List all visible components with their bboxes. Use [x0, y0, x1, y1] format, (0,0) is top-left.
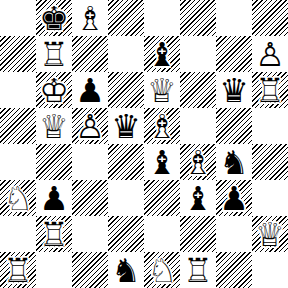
bishop-icon: ♝ [180, 180, 216, 216]
square-h2[interactable]: ♛♕ [252, 216, 288, 252]
square-b6[interactable]: ♚♔ [36, 72, 72, 108]
piece-black-pawn: ♟ [216, 180, 252, 216]
square-b2[interactable]: ♜♖ [36, 216, 72, 252]
chess-diagram: ♚♝♗♜♖♝♟♙♚♔♟♛♕♛♜♖♛♕♟♙♛♝♗♝♝♗♞♞♘♟♝♟♜♖♛♕♜♖♞♞… [0, 0, 288, 288]
piece-black-queen: ♛ [216, 72, 252, 108]
square-e8[interactable] [144, 0, 180, 36]
square-a4[interactable] [0, 144, 36, 180]
knight-icon: ♞ [216, 144, 252, 180]
pawn-icon: ♟ [216, 180, 252, 216]
square-c6[interactable]: ♟ [72, 72, 108, 108]
piece-white-bishop: ♝♗ [144, 108, 180, 144]
square-c4[interactable] [72, 144, 108, 180]
king-outline-icon: ♔ [36, 72, 72, 108]
rook-outline-icon: ♖ [180, 252, 216, 288]
square-a5[interactable] [0, 108, 36, 144]
square-g8[interactable] [216, 0, 252, 36]
square-c1[interactable] [72, 252, 108, 288]
pawn-icon: ♟ [72, 72, 108, 108]
piece-white-pawn: ♟♙ [252, 36, 288, 72]
rook-outline-icon: ♖ [252, 72, 288, 108]
square-d5[interactable]: ♛ [108, 108, 144, 144]
square-e2[interactable] [144, 216, 180, 252]
bishop-outline-icon: ♗ [144, 108, 180, 144]
square-h1[interactable] [252, 252, 288, 288]
square-e4[interactable]: ♝ [144, 144, 180, 180]
piece-white-king: ♚♔ [36, 72, 72, 108]
king-icon: ♚ [36, 0, 72, 36]
square-h7[interactable]: ♟♙ [252, 36, 288, 72]
square-c2[interactable] [72, 216, 108, 252]
square-f8[interactable] [180, 0, 216, 36]
square-d8[interactable] [108, 0, 144, 36]
square-b1[interactable] [36, 252, 72, 288]
knight-icon: ♞ [108, 252, 144, 288]
square-g1[interactable] [216, 252, 252, 288]
square-a1[interactable]: ♜♖ [0, 252, 36, 288]
square-f2[interactable] [180, 216, 216, 252]
pawn-outline-icon: ♙ [72, 108, 108, 144]
square-b3[interactable]: ♟ [36, 180, 72, 216]
square-f7[interactable] [180, 36, 216, 72]
piece-black-knight: ♞ [216, 144, 252, 180]
piece-white-rook: ♜♖ [0, 252, 36, 288]
square-h3[interactable] [252, 180, 288, 216]
chess-board: ♚♝♗♜♖♝♟♙♚♔♟♛♕♛♜♖♛♕♟♙♛♝♗♝♝♗♞♞♘♟♝♟♜♖♛♕♜♖♞♞… [0, 0, 288, 288]
piece-white-queen: ♛♕ [36, 108, 72, 144]
square-g6[interactable]: ♛ [216, 72, 252, 108]
square-e1[interactable]: ♞♘ [144, 252, 180, 288]
piece-white-rook: ♜♖ [252, 72, 288, 108]
knight-outline-icon: ♘ [0, 180, 36, 216]
square-a2[interactable] [0, 216, 36, 252]
rook-outline-icon: ♖ [36, 36, 72, 72]
square-b5[interactable]: ♛♕ [36, 108, 72, 144]
square-b7[interactable]: ♜♖ [36, 36, 72, 72]
bishop-outline-icon: ♗ [72, 0, 108, 36]
square-g7[interactable] [216, 36, 252, 72]
square-h6[interactable]: ♜♖ [252, 72, 288, 108]
piece-white-rook: ♜♖ [36, 36, 72, 72]
square-e7[interactable]: ♝ [144, 36, 180, 72]
square-a6[interactable] [0, 72, 36, 108]
square-c7[interactable] [72, 36, 108, 72]
bishop-icon: ♝ [144, 36, 180, 72]
piece-black-pawn: ♟ [72, 72, 108, 108]
square-g4[interactable]: ♞ [216, 144, 252, 180]
pawn-icon: ♟ [36, 180, 72, 216]
piece-white-rook: ♜♖ [36, 216, 72, 252]
piece-black-knight: ♞ [108, 252, 144, 288]
square-e5[interactable]: ♝♗ [144, 108, 180, 144]
square-e6[interactable]: ♛♕ [144, 72, 180, 108]
square-a8[interactable] [0, 0, 36, 36]
piece-white-knight: ♞♘ [144, 252, 180, 288]
queen-outline-icon: ♕ [252, 216, 288, 252]
square-d3[interactable] [108, 180, 144, 216]
square-d2[interactable] [108, 216, 144, 252]
pawn-outline-icon: ♙ [252, 36, 288, 72]
square-b8[interactable]: ♚ [36, 0, 72, 36]
piece-white-queen: ♛♕ [252, 216, 288, 252]
piece-black-queen: ♛ [108, 108, 144, 144]
square-a7[interactable] [0, 36, 36, 72]
piece-white-bishop: ♝♗ [180, 144, 216, 180]
square-f6[interactable] [180, 72, 216, 108]
bishop-icon: ♝ [144, 144, 180, 180]
square-b4[interactable] [36, 144, 72, 180]
knight-outline-icon: ♘ [144, 252, 180, 288]
queen-icon: ♛ [108, 108, 144, 144]
square-c3[interactable] [72, 180, 108, 216]
piece-white-bishop: ♝♗ [72, 0, 108, 36]
square-c5[interactable]: ♟♙ [72, 108, 108, 144]
queen-outline-icon: ♕ [144, 72, 180, 108]
square-f5[interactable] [180, 108, 216, 144]
piece-black-king: ♚ [36, 0, 72, 36]
square-f1[interactable]: ♜♖ [180, 252, 216, 288]
square-e3[interactable] [144, 180, 180, 216]
rook-outline-icon: ♖ [36, 216, 72, 252]
square-d6[interactable] [108, 72, 144, 108]
square-g5[interactable] [216, 108, 252, 144]
square-f4[interactable]: ♝♗ [180, 144, 216, 180]
queen-outline-icon: ♕ [36, 108, 72, 144]
rook-outline-icon: ♖ [0, 252, 36, 288]
piece-black-bishop: ♝ [180, 180, 216, 216]
square-g2[interactable] [216, 216, 252, 252]
piece-white-knight: ♞♘ [0, 180, 36, 216]
square-d1[interactable]: ♞ [108, 252, 144, 288]
square-d7[interactable] [108, 36, 144, 72]
square-h8[interactable] [252, 0, 288, 36]
square-d4[interactable] [108, 144, 144, 180]
square-a3[interactable]: ♞♘ [0, 180, 36, 216]
square-f3[interactable]: ♝ [180, 180, 216, 216]
piece-black-bishop: ♝ [144, 36, 180, 72]
piece-white-pawn: ♟♙ [72, 108, 108, 144]
piece-white-rook: ♜♖ [180, 252, 216, 288]
square-h4[interactable] [252, 144, 288, 180]
square-g3[interactable]: ♟ [216, 180, 252, 216]
square-h5[interactable] [252, 108, 288, 144]
piece-black-pawn: ♟ [36, 180, 72, 216]
piece-white-queen: ♛♕ [144, 72, 180, 108]
square-c8[interactable]: ♝♗ [72, 0, 108, 36]
piece-black-bishop: ♝ [144, 144, 180, 180]
bishop-outline-icon: ♗ [180, 144, 216, 180]
queen-icon: ♛ [216, 72, 252, 108]
